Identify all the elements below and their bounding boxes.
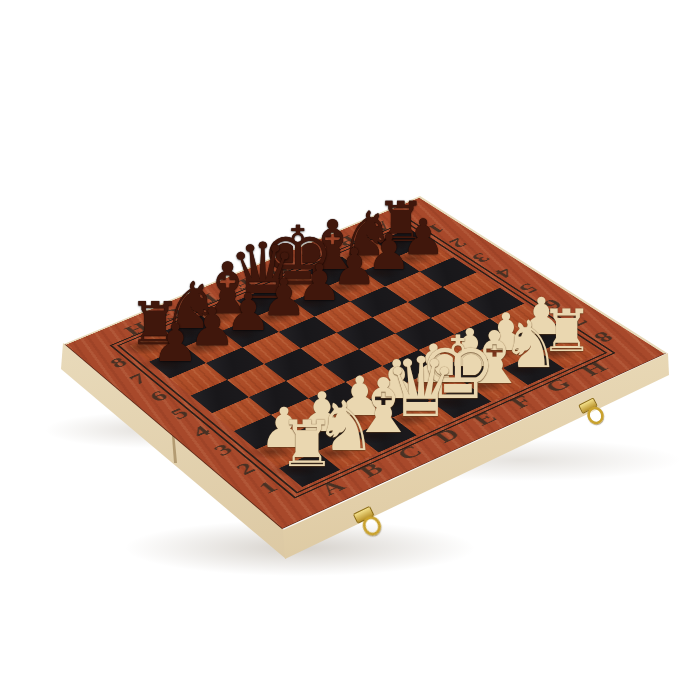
piece-white-rook-a1: ♜ xyxy=(279,414,336,477)
piece-black-pawn-a7: ♟ xyxy=(152,316,199,369)
chess-set-photo: ABCDEFGH HGFEDCBA 87654321 12345678 ♜♞♝♛… xyxy=(0,0,700,700)
